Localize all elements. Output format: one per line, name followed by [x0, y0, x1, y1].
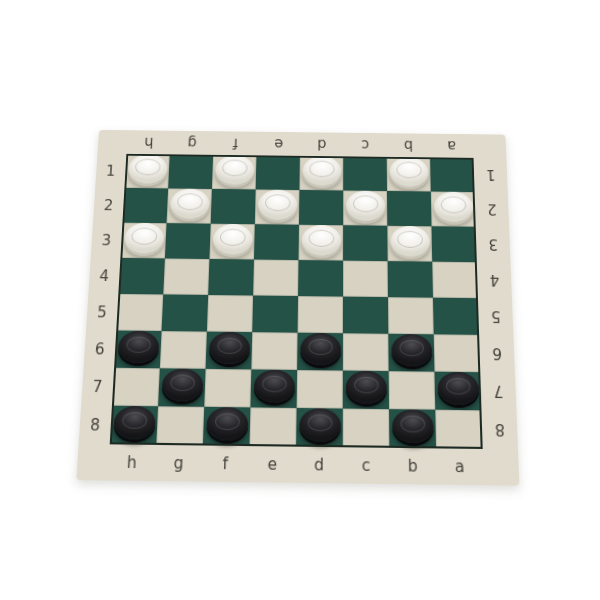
square-d3[interactable]	[299, 225, 344, 261]
white-man-h3[interactable]	[123, 223, 164, 254]
rank-label-right-6: 6	[479, 335, 515, 373]
square-a1[interactable]	[430, 157, 475, 192]
black-man-b6[interactable]	[391, 334, 432, 367]
white-man-a2[interactable]	[433, 192, 473, 222]
rank-label-right-5: 5	[478, 298, 513, 335]
square-c3[interactable]	[343, 225, 388, 261]
square-e2[interactable]	[255, 189, 300, 224]
black-man-h8[interactable]	[113, 406, 156, 440]
square-e1[interactable]	[256, 155, 300, 190]
square-a5[interactable]	[433, 298, 479, 335]
square-b3[interactable]	[387, 226, 432, 262]
square-h7[interactable]	[112, 368, 160, 407]
black-man-f8[interactable]	[206, 407, 248, 441]
black-man-b8[interactable]	[392, 409, 434, 443]
square-c8[interactable]	[343, 409, 390, 448]
white-man-f3[interactable]	[212, 224, 252, 255]
rank-label-left-4: 4	[88, 258, 120, 294]
file-label-bottom-f: f	[202, 446, 250, 483]
square-c5[interactable]	[343, 297, 388, 334]
square-a6[interactable]	[434, 334, 481, 372]
file-label-bottom-d: d	[296, 447, 343, 484]
square-b7[interactable]	[389, 371, 436, 410]
square-h5[interactable]	[116, 294, 163, 331]
square-g1[interactable]	[168, 154, 213, 189]
square-b4[interactable]	[388, 261, 433, 298]
square-e5[interactable]	[252, 296, 298, 333]
square-a8[interactable]	[435, 410, 482, 449]
white-man-b1[interactable]	[389, 157, 428, 187]
square-h4[interactable]	[118, 258, 165, 294]
square-g3[interactable]	[165, 223, 211, 259]
file-label-top-b: b	[386, 133, 430, 157]
file-label-top-e: e	[256, 132, 300, 156]
square-g6[interactable]	[160, 331, 207, 369]
file-label-top-g: g	[170, 131, 214, 155]
rank-label-left-6: 6	[84, 330, 117, 368]
square-c4[interactable]	[343, 261, 388, 298]
square-g5[interactable]	[162, 294, 209, 331]
white-man-b3[interactable]	[390, 226, 430, 257]
square-f1[interactable]	[212, 155, 257, 190]
black-man-e7[interactable]	[253, 369, 294, 402]
square-b8[interactable]	[389, 409, 436, 448]
square-f5[interactable]	[207, 295, 253, 332]
rank-label-left-7: 7	[81, 367, 114, 405]
square-g4[interactable]	[163, 258, 209, 294]
rank-label-right-3: 3	[476, 227, 511, 263]
square-c6[interactable]	[343, 333, 389, 371]
board-grid: hgfedcba1122334455667788hgfedcba	[76, 130, 519, 486]
black-man-h6[interactable]	[117, 331, 159, 364]
square-e8[interactable]	[249, 407, 296, 446]
file-label-bottom-b: b	[389, 448, 436, 485]
square-d4[interactable]	[298, 260, 343, 297]
square-d2[interactable]	[299, 190, 343, 225]
square-d5[interactable]	[298, 296, 343, 333]
square-b5[interactable]	[388, 297, 434, 334]
square-f4[interactable]	[208, 259, 254, 296]
square-f7[interactable]	[204, 369, 251, 408]
file-label-bottom-h: h	[108, 444, 157, 481]
black-man-d6[interactable]	[300, 333, 341, 366]
rank-label-left-2: 2	[93, 188, 124, 223]
square-d8[interactable]	[296, 408, 343, 447]
file-label-top-d: d	[300, 132, 343, 156]
square-c7[interactable]	[343, 371, 389, 410]
square-h3[interactable]	[120, 223, 166, 259]
white-man-h1[interactable]	[127, 154, 167, 184]
file-label-bottom-c: c	[343, 447, 390, 484]
square-f6[interactable]	[206, 332, 253, 370]
square-h2[interactable]	[122, 188, 168, 223]
rank-label-right-1: 1	[474, 158, 508, 193]
square-e4[interactable]	[253, 260, 298, 297]
square-a4[interactable]	[432, 262, 478, 299]
square-f8[interactable]	[203, 407, 251, 446]
white-man-c2[interactable]	[346, 191, 385, 221]
square-f2[interactable]	[211, 189, 256, 224]
square-e7[interactable]	[250, 369, 297, 408]
rank-label-right-4: 4	[477, 262, 512, 298]
square-e6[interactable]	[251, 332, 297, 370]
white-man-f1[interactable]	[214, 155, 254, 185]
square-f3[interactable]	[209, 224, 254, 260]
square-c2[interactable]	[343, 190, 387, 225]
black-man-f6[interactable]	[208, 332, 249, 365]
product-photo-scene: hgfedcba1122334455667788hgfedcba	[0, 0, 600, 600]
square-d1[interactable]	[299, 156, 343, 191]
white-man-d3[interactable]	[301, 225, 341, 256]
rank-label-right-8: 8	[481, 410, 517, 449]
file-label-top-f: f	[213, 131, 257, 155]
square-h1[interactable]	[124, 154, 169, 189]
file-label-top-a: a	[430, 134, 474, 158]
rank-label-right-7: 7	[480, 372, 516, 410]
mat-margin-corner-bottom-left	[76, 444, 109, 481]
black-man-d8[interactable]	[299, 408, 340, 442]
square-g2[interactable]	[167, 188, 212, 223]
mat-margin-corner-top-left	[97, 130, 127, 154]
square-b2[interactable]	[387, 191, 432, 226]
file-label-bottom-e: e	[249, 446, 296, 483]
square-g8[interactable]	[156, 406, 204, 445]
square-d7[interactable]	[297, 370, 343, 409]
square-h6[interactable]	[114, 330, 161, 368]
black-man-g7[interactable]	[161, 368, 203, 401]
rank-label-left-5: 5	[86, 294, 118, 331]
black-man-c7[interactable]	[345, 371, 386, 404]
black-man-a7[interactable]	[437, 372, 479, 405]
checkers-mat: hgfedcba1122334455667788hgfedcba	[76, 130, 519, 486]
file-label-bottom-a: a	[436, 448, 484, 485]
square-a3[interactable]	[432, 226, 477, 262]
rank-label-left-1: 1	[95, 154, 126, 188]
white-man-e2[interactable]	[257, 190, 297, 220]
white-man-g2[interactable]	[169, 188, 209, 218]
mat-margin-corner-top-right	[473, 134, 507, 158]
square-a2[interactable]	[431, 192, 476, 227]
square-g7[interactable]	[158, 368, 206, 407]
rank-label-left-8: 8	[79, 405, 112, 444]
square-b1[interactable]	[387, 157, 431, 192]
mat-margin-corner-bottom-right	[483, 449, 520, 486]
square-a7[interactable]	[434, 372, 481, 411]
file-label-top-h: h	[126, 130, 170, 154]
file-label-bottom-g: g	[155, 445, 203, 482]
rank-label-right-2: 2	[475, 192, 510, 227]
square-e3[interactable]	[254, 224, 299, 260]
file-label-top-c: c	[343, 133, 386, 157]
square-d6[interactable]	[297, 333, 343, 371]
square-h8[interactable]	[110, 406, 158, 445]
square-b6[interactable]	[388, 334, 434, 372]
rank-label-left-3: 3	[91, 222, 123, 258]
square-c1[interactable]	[343, 156, 387, 191]
white-man-d1[interactable]	[302, 156, 341, 186]
